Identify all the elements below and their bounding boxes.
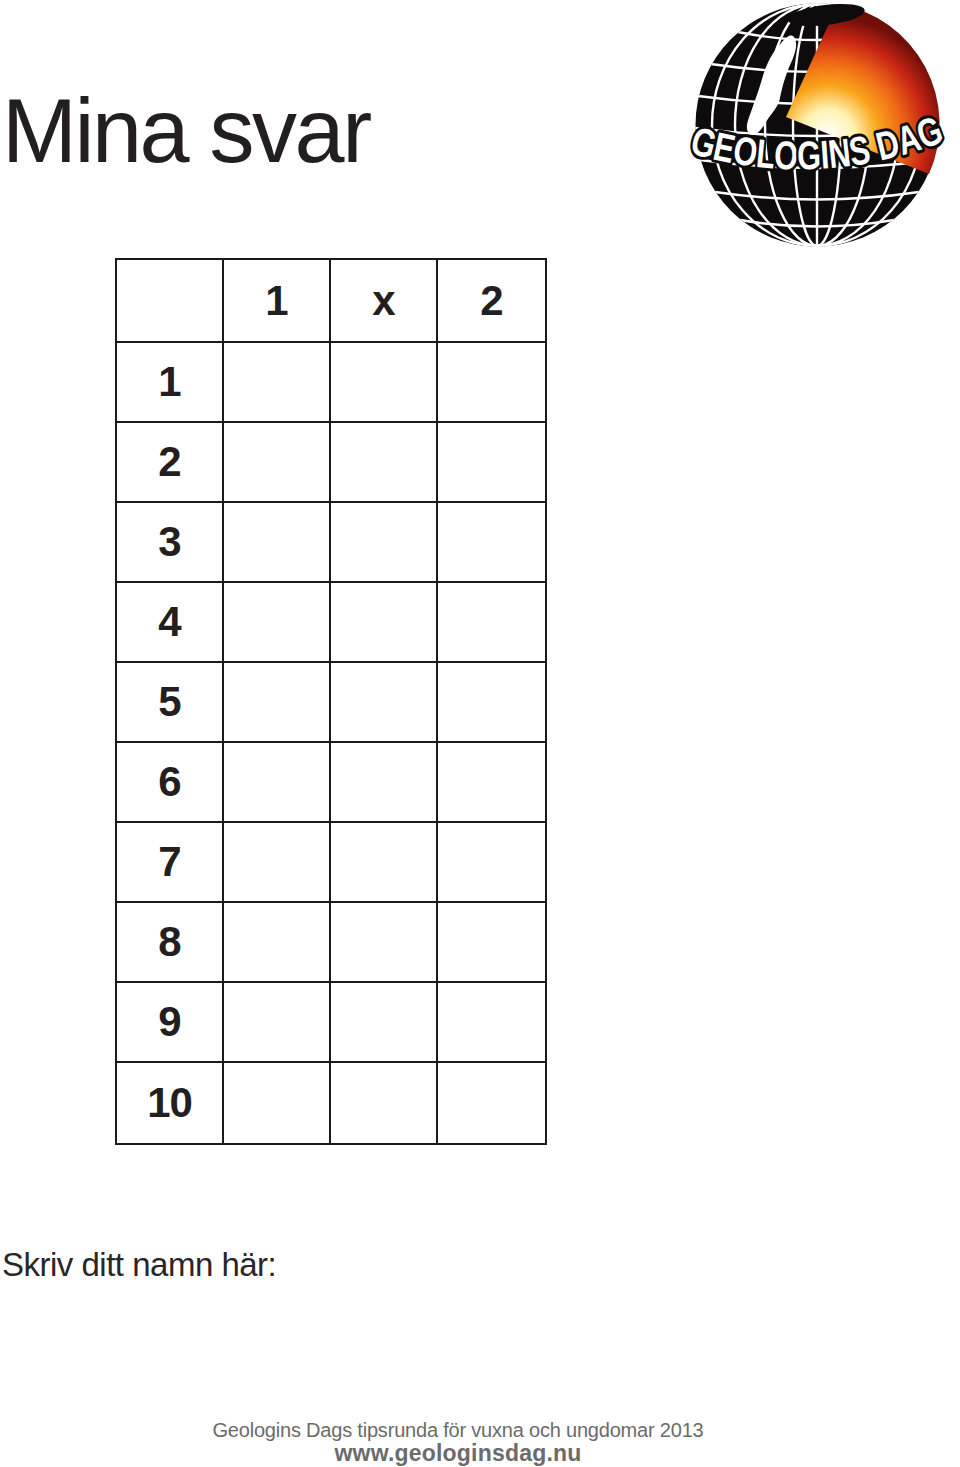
page-footer: Geologins Dags tipsrunda för vuxna och u… <box>0 1419 916 1467</box>
row-label-6: 6 <box>117 743 224 823</box>
row-label-1: 1 <box>117 343 224 423</box>
row-label-3: 3 <box>117 503 224 583</box>
answer-cell-2-2[interactable] <box>438 423 545 503</box>
answer-cell-7-2[interactable] <box>438 823 545 903</box>
row-label-2: 2 <box>117 423 224 503</box>
row-label-4: 4 <box>117 583 224 663</box>
answer-cell-1-1[interactable] <box>224 343 331 423</box>
answer-cell-10-x[interactable] <box>331 1063 438 1143</box>
answer-cell-6-x[interactable] <box>331 743 438 823</box>
answer-cell-6-1[interactable] <box>224 743 331 823</box>
answer-cell-9-x[interactable] <box>331 983 438 1063</box>
page-title: Mina svar <box>2 86 370 176</box>
answer-cell-2-x[interactable] <box>331 423 438 503</box>
answer-cell-2-1[interactable] <box>224 423 331 503</box>
answer-cell-9-2[interactable] <box>438 983 545 1063</box>
answer-cell-4-2[interactable] <box>438 583 545 663</box>
answer-cell-5-x[interactable] <box>331 663 438 743</box>
footer-event-line: Geologins Dags tipsrunda för vuxna och u… <box>0 1419 916 1441</box>
name-prompt-label: Skriv ditt namn här: <box>2 1246 276 1284</box>
row-label-10: 10 <box>117 1063 224 1143</box>
answer-cell-8-2[interactable] <box>438 903 545 983</box>
answer-cell-3-2[interactable] <box>438 503 545 583</box>
answer-cell-10-2[interactable] <box>438 1063 545 1143</box>
answer-cell-5-2[interactable] <box>438 663 545 743</box>
grid-corner <box>117 260 224 343</box>
answer-cell-8-x[interactable] <box>331 903 438 983</box>
answer-cell-1-x[interactable] <box>331 343 438 423</box>
col-header-x: x <box>331 260 438 343</box>
row-label-7: 7 <box>117 823 224 903</box>
answer-grid: 1 x 2 1 2 3 4 5 6 7 8 9 10 <box>115 258 547 1145</box>
answer-cell-3-x[interactable] <box>331 503 438 583</box>
answer-cell-4-1[interactable] <box>224 583 331 663</box>
answer-cell-8-1[interactable] <box>224 903 331 983</box>
geologins-dag-logo: GEOLOGINS DAG <box>686 2 958 250</box>
answer-cell-7-x[interactable] <box>331 823 438 903</box>
answer-cell-10-1[interactable] <box>224 1063 331 1143</box>
answer-cell-1-2[interactable] <box>438 343 545 423</box>
row-label-9: 9 <box>117 983 224 1063</box>
answer-cell-9-1[interactable] <box>224 983 331 1063</box>
answer-cell-4-x[interactable] <box>331 583 438 663</box>
answer-cell-3-1[interactable] <box>224 503 331 583</box>
row-label-8: 8 <box>117 903 224 983</box>
footer-website: www.geologinsdag.nu <box>0 1441 916 1467</box>
col-header-1: 1 <box>224 260 331 343</box>
answer-cell-5-1[interactable] <box>224 663 331 743</box>
col-header-2: 2 <box>438 260 545 343</box>
answer-cell-6-2[interactable] <box>438 743 545 823</box>
answer-cell-7-1[interactable] <box>224 823 331 903</box>
row-label-5: 5 <box>117 663 224 743</box>
